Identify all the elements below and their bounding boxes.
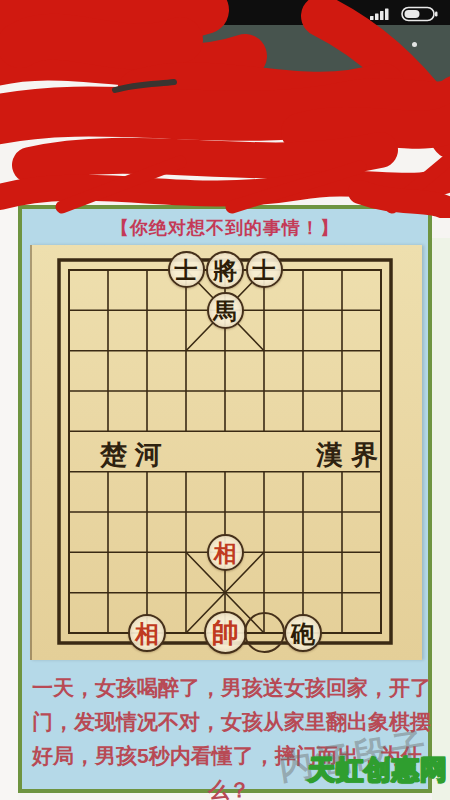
piece-character: 馬 (214, 300, 237, 323)
backdrop-dot (410, 64, 415, 69)
xiangqi-piece-red: 相 (128, 614, 166, 652)
xiangqi-piece-red: 相 (207, 534, 244, 571)
signal-icon (370, 9, 389, 21)
left-margin (0, 205, 18, 800)
xiangqi-board: 楚河 漢界 士將士馬相相帥砲 (30, 245, 422, 660)
puzzle-title: 【你绝对想不到的事情！】 (22, 216, 428, 240)
status-bar (0, 0, 450, 25)
xiangqi-piece-black: 馬 (207, 292, 244, 329)
status-icons (332, 4, 444, 22)
watermark-site: 天虹创惠网 (308, 752, 448, 788)
question-line: 一天，女孩喝醉了，男孩送女孩回家，开了 (32, 671, 426, 705)
pieces-grid: 士將士馬相相帥砲 (50, 250, 401, 653)
piece-character: 相 (214, 542, 237, 565)
page-backdrop (172, 25, 450, 87)
xiangqi-piece-red: 帥 (204, 611, 247, 654)
xiangqi-piece-black: 將 (206, 251, 244, 289)
xiangqi-piece-black: 砲 (284, 614, 322, 652)
screenshot-root: 【你绝对想不到的事情！】 楚河 漢界 士將士馬相相帥砲 (0, 0, 450, 800)
xiangqi-piece-black: 士 (168, 251, 205, 288)
xiangqi-piece-blank (244, 612, 285, 653)
piece-character: 士 (175, 259, 198, 282)
piece-character: 帥 (212, 620, 239, 647)
backdrop-dot (412, 42, 417, 47)
wifi-icon (340, 16, 349, 21)
right-margin (432, 238, 450, 800)
battery-icon (402, 8, 438, 21)
piece-character: 相 (135, 622, 159, 646)
xiangqi-piece-black: 士 (246, 251, 283, 288)
puzzle-panel: 【你绝对想不到的事情！】 楚河 漢界 士將士馬相相帥砲 (18, 205, 432, 793)
piece-character: 將 (213, 259, 237, 283)
piece-character: 砲 (291, 622, 315, 646)
piece-character: 士 (253, 259, 276, 282)
